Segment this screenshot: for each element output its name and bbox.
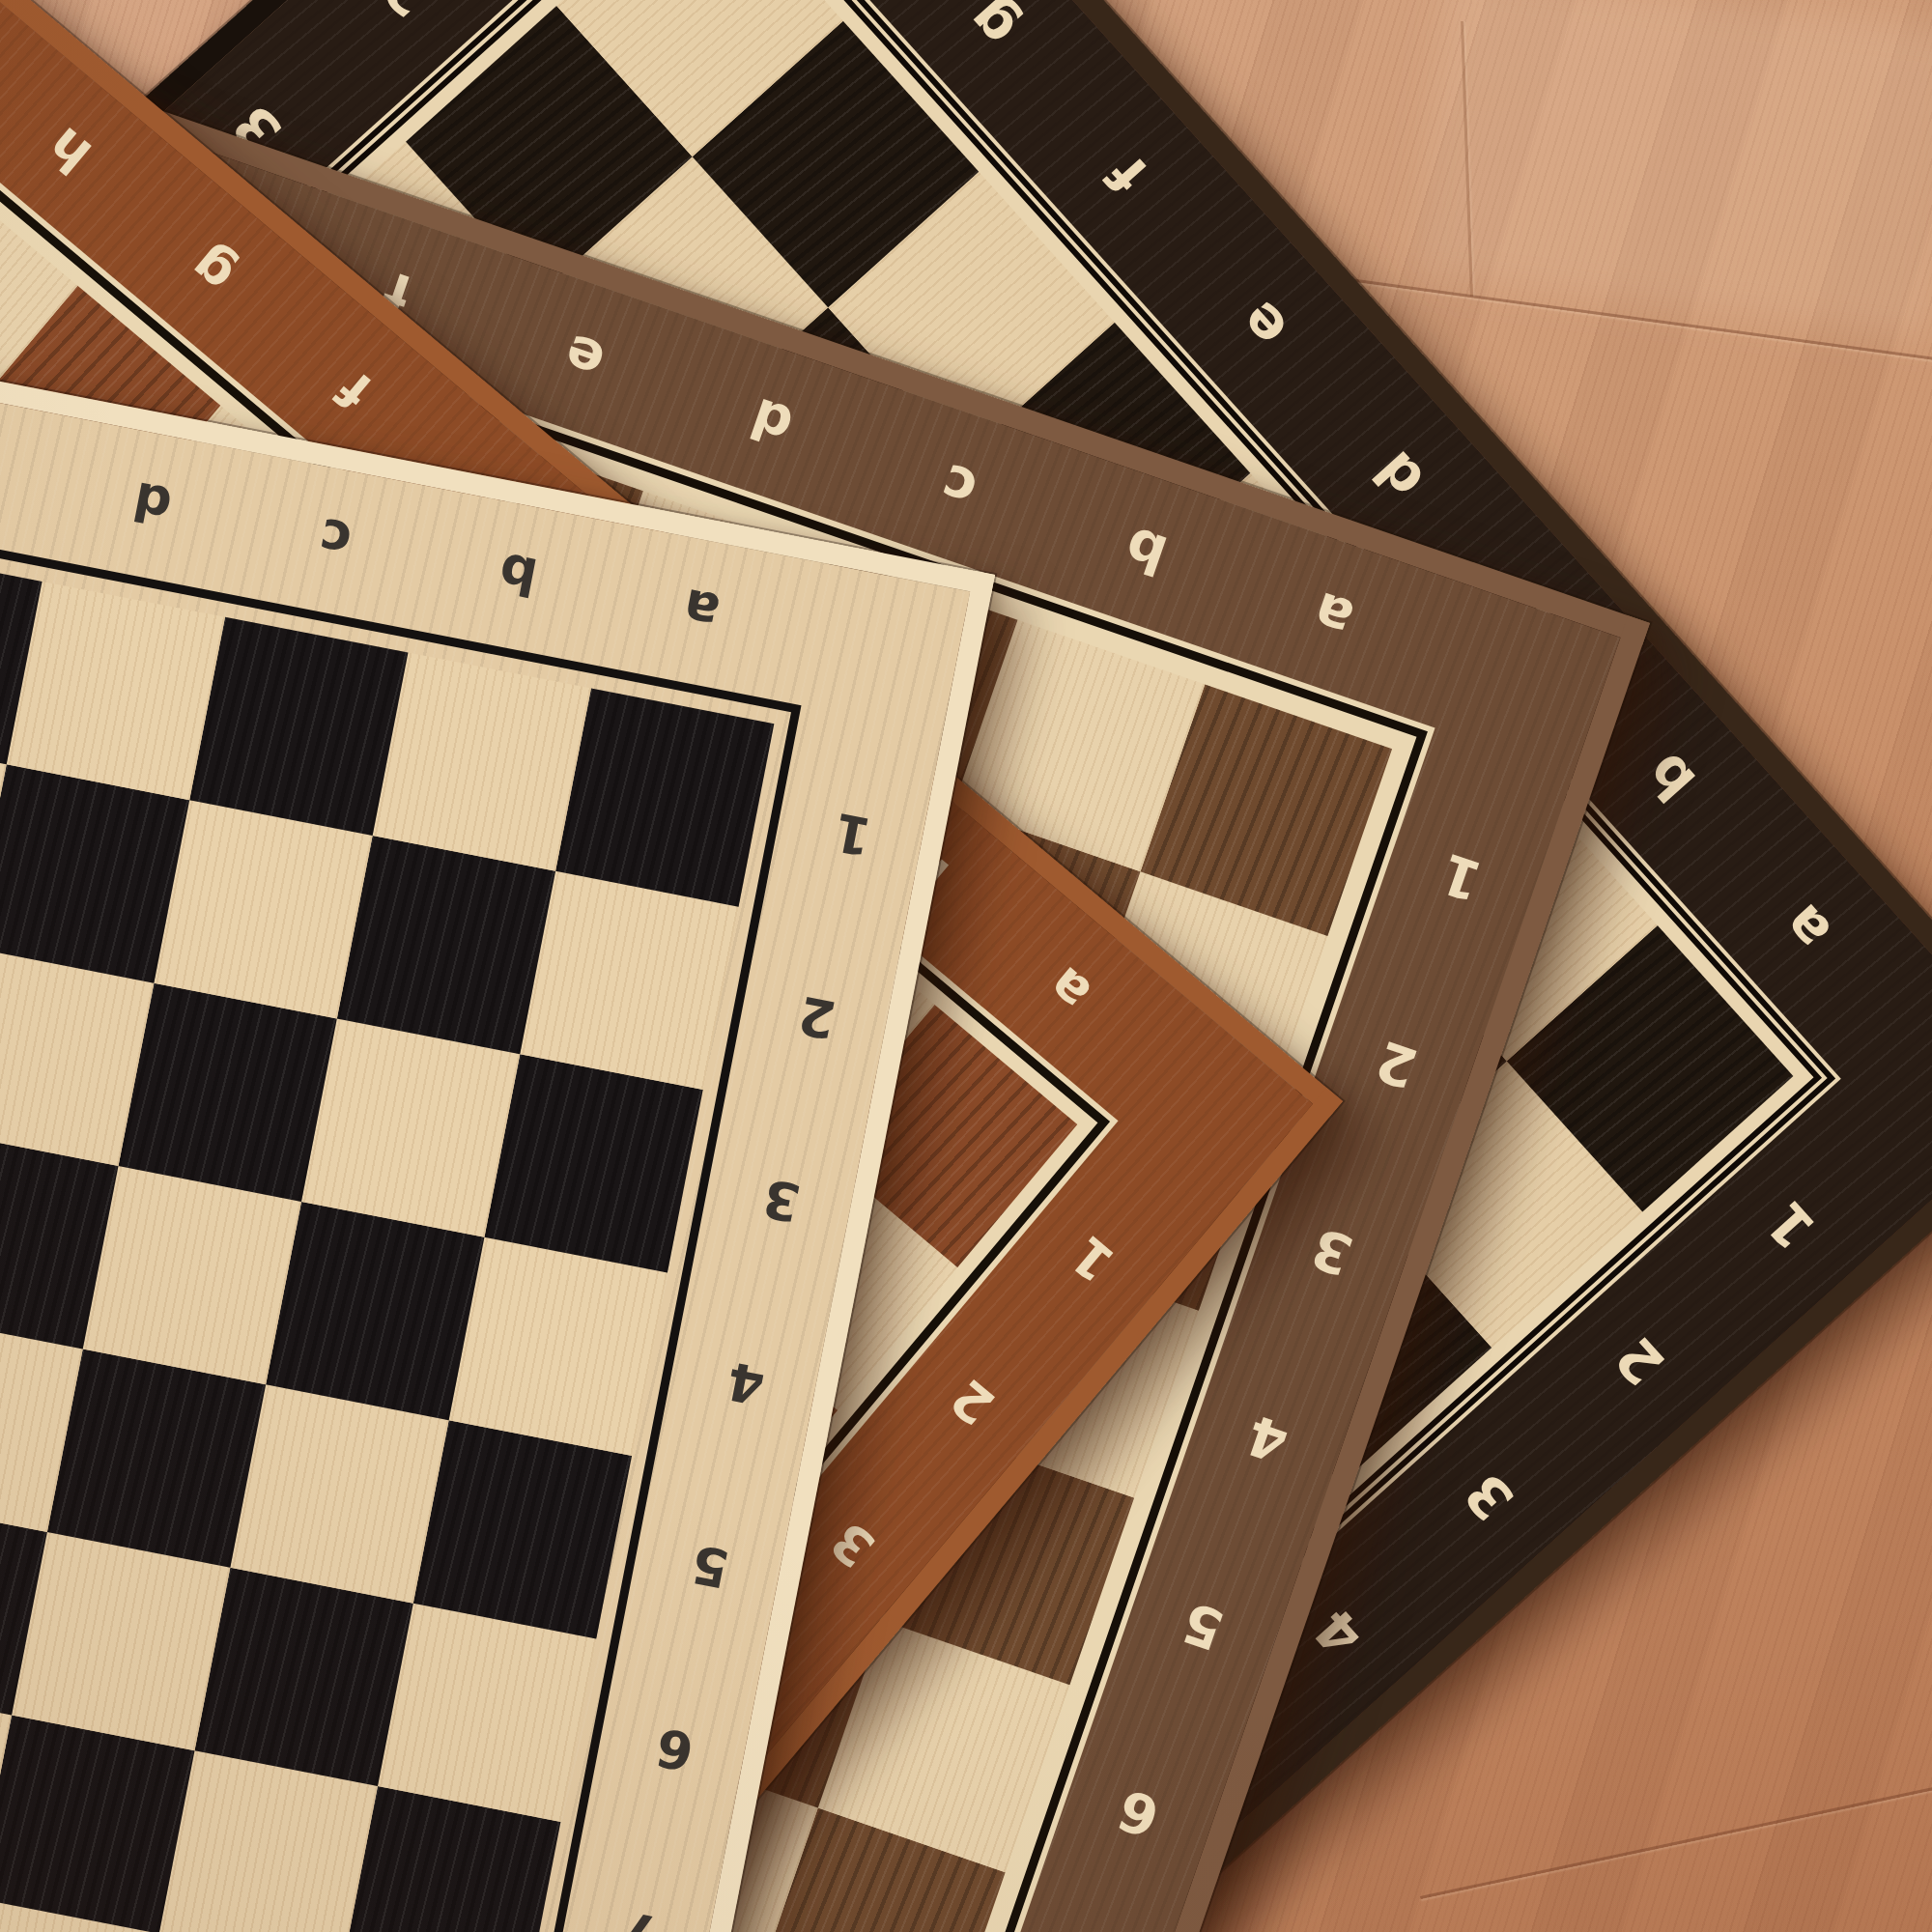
rank-label-3-mahogany: 3 bbox=[822, 1513, 883, 1577]
square-g5-ebony bbox=[89, 564, 376, 851]
square-d1-maple bbox=[7, 582, 225, 800]
square-e7-ebony bbox=[59, 1137, 346, 1424]
square-a7-ebony bbox=[602, 1740, 889, 1932]
square-b4-maple bbox=[266, 1202, 484, 1420]
square-f2-mahogany bbox=[0, 549, 243, 811]
chessboard-mahogany: aa11bb22cc33dd44ee55ff66gg77hh88 bbox=[0, 0, 1343, 1932]
square-c1-maple bbox=[189, 617, 408, 836]
scene-floor: aa11bb22cc33dd44ee55ff66gg77hh88aa11bb22… bbox=[0, 0, 1932, 1932]
square-d4-mahogany bbox=[27, 1073, 290, 1336]
square-c7-maple bbox=[0, 1715, 195, 1932]
square-a6-walnut bbox=[818, 1621, 1070, 1873]
square-h1-walnut bbox=[0, 233, 81, 485]
square-b3-maple bbox=[301, 1018, 520, 1236]
file-label-d-mahogany: d bbox=[610, 598, 671, 662]
rank-label-3-ebony: 3 bbox=[1456, 1463, 1523, 1530]
board-inlay-margin bbox=[0, 125, 1119, 1932]
rank-label-2-mahogany: 2 bbox=[942, 1370, 1003, 1434]
square-a3-ebony bbox=[1206, 1197, 1492, 1484]
square-b5-maple bbox=[230, 1384, 448, 1603]
square-c6-ebony bbox=[481, 1302, 768, 1589]
square-b6-mahogany bbox=[72, 1599, 335, 1861]
square-b3-ebony bbox=[1069, 1046, 1356, 1333]
chessboard-maple: aa11bb22cc33dd44ee55ff66gg77hh88 bbox=[0, 218, 995, 1932]
square-c6-walnut bbox=[443, 1492, 696, 1744]
square-e5-mahogany bbox=[0, 1096, 27, 1359]
square-d7-walnut bbox=[192, 1614, 444, 1866]
square-d4-ebony bbox=[647, 880, 934, 1167]
square-d4-walnut bbox=[385, 1053, 638, 1305]
rank-label-4-ebony: 4 bbox=[1305, 1599, 1373, 1665]
file-label-g-ebony: g bbox=[958, 0, 1027, 57]
rank-label-7-maple: 7 bbox=[616, 1903, 662, 1932]
square-e2-walnut bbox=[327, 613, 579, 866]
square-c6-maple bbox=[12, 1532, 230, 1750]
square-c5-walnut bbox=[508, 1304, 760, 1556]
file-label-c-walnut: c bbox=[934, 455, 983, 518]
square-d3-mahogany bbox=[147, 930, 410, 1193]
square-d6-mahogany bbox=[0, 1359, 49, 1622]
file-label-c-mahogany: c bbox=[754, 720, 811, 780]
square-d5-ebony bbox=[497, 1016, 783, 1303]
square-f3-walnut bbox=[75, 736, 327, 988]
file-label-f-mahogany: f bbox=[329, 363, 381, 417]
square-h2-ebony bbox=[406, 6, 693, 293]
square-a2-ebony bbox=[1356, 1062, 1643, 1349]
board-pinstripe-inlay bbox=[0, 412, 802, 1932]
square-c4-walnut bbox=[573, 1117, 825, 1369]
square-g3-ebony bbox=[391, 293, 678, 580]
file-label-a-walnut: a bbox=[1307, 583, 1360, 647]
square-d1-mahogany bbox=[386, 645, 649, 908]
square-a2-walnut bbox=[1076, 871, 1328, 1123]
square-a4-walnut bbox=[947, 1246, 1199, 1498]
square-d8-ebony bbox=[44, 1423, 331, 1710]
square-d2-walnut bbox=[514, 678, 766, 930]
square-a3-walnut bbox=[1011, 1059, 1264, 1311]
square-e4-mahogany bbox=[0, 953, 147, 1216]
square-a7-maple bbox=[342, 1786, 560, 1932]
file-label-c-ebony: c bbox=[1503, 595, 1567, 657]
square-c5-mahogany bbox=[49, 1336, 312, 1599]
square-e7-walnut bbox=[5, 1549, 257, 1802]
square-f4-mahogany bbox=[0, 834, 4, 1096]
square-f2-walnut bbox=[140, 550, 392, 802]
square-b8-ebony bbox=[316, 1725, 603, 1932]
square-a1-maple bbox=[555, 688, 774, 906]
square-c7-walnut bbox=[379, 1679, 631, 1931]
square-f6-walnut bbox=[0, 1298, 133, 1550]
square-c4-ebony bbox=[783, 1031, 1070, 1318]
rank-label-6-ebony: 6 bbox=[1004, 1871, 1071, 1932]
square-g6-ebony bbox=[0, 699, 225, 986]
square-b6-walnut bbox=[631, 1556, 883, 1808]
square-b7-maple bbox=[159, 1750, 378, 1932]
rank-label-2-ebony: 2 bbox=[1606, 1327, 1674, 1394]
square-a4-maple bbox=[449, 1237, 668, 1456]
board-pinstripe-inlay bbox=[0, 133, 1110, 1932]
square-d8-walnut bbox=[128, 1802, 380, 1932]
square-a8-ebony bbox=[451, 1876, 738, 1932]
square-d6-walnut bbox=[256, 1427, 508, 1679]
square-f1-mahogany bbox=[100, 406, 363, 668]
square-b7-walnut bbox=[566, 1744, 818, 1932]
square-d6-maple bbox=[0, 1496, 47, 1715]
square-b1-ebony bbox=[1371, 775, 1658, 1062]
square-b2-ebony bbox=[1220, 910, 1507, 1197]
square-e6-ebony bbox=[210, 1001, 497, 1288]
rank-label-1-maple: 1 bbox=[830, 805, 875, 863]
square-c7-mahogany bbox=[0, 1622, 72, 1885]
rank-label-4-maple: 4 bbox=[724, 1354, 769, 1412]
file-label-d-far-ebony: d bbox=[0, 1674, 66, 1742]
square-f4-walnut bbox=[11, 923, 263, 1176]
file-label-d-walnut: d bbox=[744, 390, 799, 455]
rank-label-1-walnut: 1 bbox=[1434, 845, 1488, 910]
rank-label-3-walnut: 3 bbox=[1305, 1219, 1359, 1284]
board-bevel-edge bbox=[0, 218, 995, 1932]
file-label-g-walnut: g bbox=[183, 196, 238, 261]
square-f1-ebony bbox=[828, 172, 1115, 459]
square-b2-walnut bbox=[889, 808, 1141, 1060]
square-e3-walnut bbox=[263, 801, 515, 1053]
square-f5-ebony bbox=[225, 715, 512, 1002]
file-label-c-far-ebony: c bbox=[135, 1828, 199, 1889]
square-e3-ebony bbox=[663, 594, 950, 881]
square-g2-walnut bbox=[0, 485, 204, 737]
file-label-e-mahogany: e bbox=[468, 479, 528, 542]
rank-label-1-ebony: 1 bbox=[1757, 1192, 1825, 1259]
file-label-f-ebony: f bbox=[1098, 146, 1156, 202]
square-c1-walnut bbox=[766, 555, 1018, 808]
rank-label-5-mahogany: 5 bbox=[582, 1799, 643, 1862]
square-f6-ebony bbox=[74, 850, 361, 1137]
square-a5-maple bbox=[413, 1420, 632, 1638]
square-b1-mahogany bbox=[672, 885, 935, 1148]
square-d6-ebony bbox=[346, 1151, 633, 1438]
board-pinstripe-inlay bbox=[0, 197, 1428, 1932]
file-label-d-maple: d bbox=[129, 473, 176, 531]
square-e3-mahogany bbox=[4, 810, 267, 1073]
square-a5-ebony bbox=[904, 1468, 1191, 1755]
square-e1-mahogany bbox=[243, 526, 506, 788]
square-g1-mahogany bbox=[0, 286, 220, 549]
square-f2-ebony bbox=[677, 307, 964, 594]
square-a6-mahogany bbox=[215, 1719, 478, 1932]
square-b1-maple bbox=[373, 653, 591, 871]
file-label-c-maple: c bbox=[315, 510, 355, 567]
square-a1-mahogany bbox=[814, 1005, 1077, 1267]
square-c7-ebony bbox=[330, 1438, 617, 1725]
square-e2-ebony bbox=[813, 458, 1100, 745]
square-d7-ebony bbox=[195, 1288, 482, 1575]
square-c1-mahogany bbox=[529, 765, 792, 1028]
square-g7-ebony bbox=[0, 836, 74, 1122]
square-c2-walnut bbox=[701, 743, 953, 995]
square-g2-mahogany bbox=[0, 428, 100, 691]
file-label-b-ebony: b bbox=[1636, 744, 1705, 811]
file-label-g-mahogany: g bbox=[181, 239, 242, 302]
rank-label-3-far-ebony: 3 bbox=[223, 96, 291, 162]
square-c4-maple bbox=[83, 1166, 301, 1384]
square-e8-walnut bbox=[0, 1737, 192, 1932]
square-b3-walnut bbox=[824, 994, 1076, 1246]
file-label-d-ebony: d bbox=[1365, 441, 1434, 509]
square-d3-ebony bbox=[798, 745, 1085, 1032]
square-c8-maple bbox=[0, 1898, 159, 1932]
file-label-e-ebony: e bbox=[1230, 292, 1296, 357]
rank-label-3-maple: 3 bbox=[758, 1171, 804, 1229]
square-b2-mahogany bbox=[552, 1028, 814, 1291]
square-a6-ebony bbox=[753, 1605, 1039, 1891]
square-g1-walnut bbox=[17, 298, 270, 550]
square-b4-mahogany bbox=[312, 1313, 575, 1576]
square-a1-walnut bbox=[1140, 684, 1392, 936]
board-bevel-edge bbox=[0, 0, 1343, 1932]
file-label-h-mahogany: h bbox=[39, 119, 100, 183]
board-field bbox=[0, 166, 1077, 1932]
file-label-a-mahogany: a bbox=[1038, 958, 1099, 1021]
square-b6-maple bbox=[195, 1568, 413, 1786]
file-label-e-walnut: e bbox=[557, 326, 611, 389]
board-field bbox=[0, 233, 1392, 1932]
square-h2-walnut bbox=[0, 420, 17, 672]
square-a7-walnut bbox=[753, 1807, 1006, 1932]
square-b5-mahogany bbox=[192, 1456, 455, 1719]
square-c8-ebony bbox=[180, 1575, 467, 1861]
square-b4-walnut bbox=[759, 1181, 1011, 1434]
square-g4-walnut bbox=[0, 859, 75, 1111]
file-label-b-maple: b bbox=[495, 545, 541, 603]
board-bevel-edge bbox=[0, 0, 1650, 1932]
square-e6-walnut bbox=[69, 1363, 321, 1615]
square-c2-maple bbox=[154, 800, 372, 1018]
square-d1-ebony bbox=[1099, 473, 1386, 760]
square-f7-ebony bbox=[0, 986, 210, 1273]
square-h5-ebony bbox=[0, 413, 240, 700]
square-f4-ebony bbox=[376, 579, 663, 866]
square-d3-maple bbox=[0, 948, 154, 1166]
square-a1-ebony bbox=[1507, 925, 1794, 1212]
board-frame bbox=[0, 5, 1620, 1932]
square-b4-ebony bbox=[919, 1182, 1206, 1469]
square-g3-walnut bbox=[0, 672, 140, 924]
board-frame bbox=[0, 0, 1313, 1932]
square-f5-walnut bbox=[0, 1111, 198, 1363]
file-label-a-ebony: a bbox=[1773, 895, 1839, 960]
square-h3-ebony bbox=[255, 142, 542, 429]
square-a6-maple bbox=[378, 1604, 596, 1822]
square-d5-maple bbox=[0, 1314, 83, 1532]
square-c4-mahogany bbox=[170, 1193, 433, 1456]
file-label-f-walnut: f bbox=[377, 264, 417, 324]
rank-label-6-maple: 6 bbox=[652, 1719, 697, 1777]
square-c2-mahogany bbox=[410, 908, 672, 1171]
square-d5-walnut bbox=[321, 1240, 573, 1492]
square-e5-walnut bbox=[133, 1176, 385, 1428]
square-e5-ebony bbox=[360, 866, 647, 1152]
rank-label-5-maple: 5 bbox=[688, 1537, 733, 1595]
square-f3-mahogany bbox=[0, 691, 124, 953]
square-h6-ebony bbox=[0, 549, 89, 836]
square-d2-mahogany bbox=[267, 788, 529, 1051]
square-g4-ebony bbox=[240, 428, 526, 715]
square-a3-mahogany bbox=[575, 1291, 838, 1553]
square-f8-walnut bbox=[0, 1673, 5, 1925]
rank-label-2-far-ebony: 2 bbox=[374, 0, 441, 26]
floor-light-patch bbox=[1413, 0, 1932, 340]
square-a4-mahogany bbox=[455, 1434, 718, 1696]
square-g2-ebony bbox=[542, 156, 829, 443]
rank-label-4-walnut: 4 bbox=[1240, 1406, 1294, 1471]
chessboard-walnut: aa11bb22cc33dd44ee55ff66gg77hh88 bbox=[0, 0, 1650, 1932]
square-b5-ebony bbox=[768, 1318, 1055, 1605]
square-a7-mahogany bbox=[96, 1861, 358, 1932]
square-a3-maple bbox=[484, 1054, 702, 1272]
square-c2-ebony bbox=[1085, 759, 1372, 1046]
square-h1-mahogany bbox=[0, 166, 77, 429]
square-d4-maple bbox=[0, 1130, 119, 1349]
square-b8-mahogany bbox=[0, 1885, 96, 1932]
square-b7-mahogany bbox=[0, 1742, 215, 1932]
square-a2-mahogany bbox=[695, 1148, 957, 1410]
square-a5-walnut bbox=[883, 1434, 1135, 1686]
square-b1-walnut bbox=[953, 620, 1206, 872]
square-f7-walnut bbox=[0, 1486, 69, 1738]
square-d5-mahogany bbox=[0, 1216, 170, 1479]
board-inlay-margin bbox=[0, 190, 1435, 1932]
square-d1-walnut bbox=[579, 491, 831, 743]
square-b2-maple bbox=[337, 836, 555, 1054]
square-g1-ebony bbox=[693, 21, 980, 308]
square-d2-maple bbox=[0, 764, 189, 982]
square-c3-maple bbox=[119, 983, 337, 1202]
square-e2-mahogany bbox=[124, 668, 386, 931]
square-f3-ebony bbox=[526, 443, 813, 730]
square-d2-ebony bbox=[949, 609, 1236, 895]
square-e4-walnut bbox=[198, 988, 450, 1240]
square-a5-mahogany bbox=[335, 1576, 598, 1838]
file-label-b-mahogany: b bbox=[895, 838, 957, 901]
square-a2-maple bbox=[520, 871, 738, 1090]
square-e1-ebony bbox=[964, 323, 1251, 610]
square-b3-mahogany bbox=[432, 1171, 695, 1434]
square-c3-ebony bbox=[934, 895, 1221, 1182]
floor-plank-seam bbox=[1420, 1779, 1932, 1899]
rank-label-2-maple: 2 bbox=[794, 988, 839, 1046]
file-label-b-walnut: b bbox=[1119, 519, 1174, 583]
file-label-a-maple: a bbox=[679, 581, 724, 639]
square-e1-maple bbox=[0, 546, 43, 764]
square-c8-walnut bbox=[315, 1866, 567, 1932]
square-b6-ebony bbox=[617, 1454, 904, 1741]
square-h4-ebony bbox=[104, 277, 391, 564]
square-f8-ebony bbox=[0, 1122, 59, 1408]
square-c5-ebony bbox=[633, 1167, 920, 1454]
file-label-h-walnut: h bbox=[0, 132, 50, 197]
rank-label-5-walnut: 5 bbox=[1176, 1594, 1230, 1659]
square-b5-walnut bbox=[696, 1369, 948, 1621]
rank-label-5-ebony: 5 bbox=[1154, 1735, 1222, 1802]
rank-label-1-mahogany: 1 bbox=[1062, 1227, 1122, 1291]
square-e8-ebony bbox=[0, 1272, 195, 1559]
square-g5-walnut bbox=[0, 1046, 11, 1298]
square-e4-ebony bbox=[512, 729, 799, 1016]
square-f1-walnut bbox=[204, 362, 456, 614]
board-frame bbox=[0, 243, 970, 1932]
square-h1-ebony bbox=[556, 0, 843, 156]
rank-label-6-walnut: 6 bbox=[1111, 1781, 1165, 1846]
square-c6-mahogany bbox=[0, 1479, 192, 1742]
square-e1-walnut bbox=[391, 426, 643, 678]
square-d3-walnut bbox=[450, 866, 702, 1118]
rank-label-4-mahogany: 4 bbox=[702, 1656, 763, 1719]
square-c3-mahogany bbox=[290, 1051, 553, 1314]
rank-label-4-far-ebony: 4 bbox=[72, 231, 140, 298]
square-c1-ebony bbox=[1236, 624, 1522, 911]
square-d7-maple bbox=[0, 1680, 12, 1898]
square-c3-walnut bbox=[637, 930, 889, 1182]
square-c5-maple bbox=[47, 1350, 266, 1568]
square-a4-ebony bbox=[1055, 1333, 1342, 1620]
square-e2-maple bbox=[0, 729, 7, 948]
rank-label-2-walnut: 2 bbox=[1369, 1033, 1423, 1097]
square-b7-ebony bbox=[467, 1589, 753, 1876]
board-field bbox=[0, 440, 774, 1932]
